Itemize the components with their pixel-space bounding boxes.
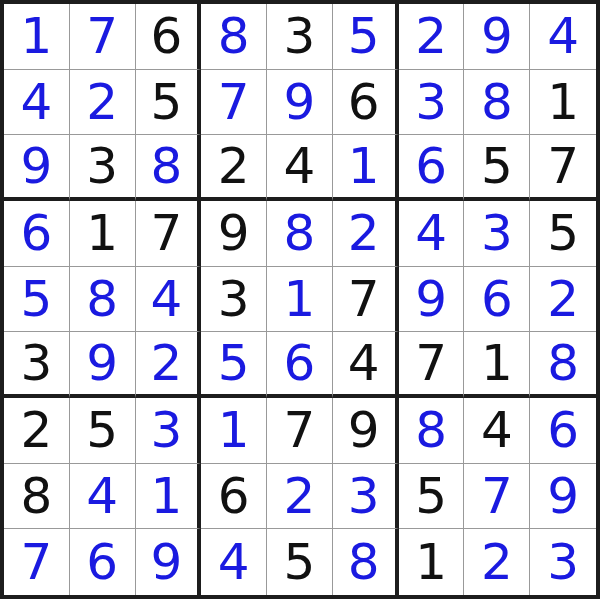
cell-r7c3[interactable]: 3	[136, 398, 202, 464]
cell-r2c4[interactable]: 7	[201, 70, 267, 136]
cell-r5c3[interactable]: 4	[136, 267, 202, 333]
cell-r1c1[interactable]: 1	[4, 4, 70, 70]
cell-r2c8[interactable]: 8	[464, 70, 530, 136]
cell-r1c6[interactable]: 5	[333, 4, 399, 70]
cell-r8c3[interactable]: 1	[136, 464, 202, 530]
cell-r6c8[interactable]: 1	[464, 332, 530, 398]
cell-r4c6[interactable]: 2	[333, 201, 399, 267]
cell-r2c3[interactable]: 5	[136, 70, 202, 136]
cell-r1c5[interactable]: 3	[267, 4, 333, 70]
cell-r4c2[interactable]: 1	[70, 201, 136, 267]
cell-r1c9[interactable]: 4	[530, 4, 596, 70]
cell-r4c4[interactable]: 9	[201, 201, 267, 267]
cell-r3c6[interactable]: 1	[333, 135, 399, 201]
cell-r6c7[interactable]: 7	[399, 332, 465, 398]
cell-r4c3[interactable]: 7	[136, 201, 202, 267]
cell-r6c4[interactable]: 5	[201, 332, 267, 398]
cell-r6c1[interactable]: 3	[4, 332, 70, 398]
cell-r2c2[interactable]: 2	[70, 70, 136, 136]
cell-r8c7[interactable]: 5	[399, 464, 465, 530]
cell-r3c2[interactable]: 3	[70, 135, 136, 201]
cell-r8c6[interactable]: 3	[333, 464, 399, 530]
cell-r7c9[interactable]: 6	[530, 398, 596, 464]
cell-r6c9[interactable]: 8	[530, 332, 596, 398]
cell-r8c2[interactable]: 4	[70, 464, 136, 530]
cell-r2c7[interactable]: 3	[399, 70, 465, 136]
cell-r9c6[interactable]: 8	[333, 529, 399, 595]
cell-r4c8[interactable]: 3	[464, 201, 530, 267]
cell-r7c4[interactable]: 1	[201, 398, 267, 464]
cell-r9c5[interactable]: 5	[267, 529, 333, 595]
cell-r8c5[interactable]: 2	[267, 464, 333, 530]
cell-r6c3[interactable]: 2	[136, 332, 202, 398]
cell-r7c7[interactable]: 8	[399, 398, 465, 464]
cell-r8c8[interactable]: 7	[464, 464, 530, 530]
cell-r4c1[interactable]: 6	[4, 201, 70, 267]
cell-r5c5[interactable]: 1	[267, 267, 333, 333]
cell-r5c4[interactable]: 3	[201, 267, 267, 333]
cell-r1c2[interactable]: 7	[70, 4, 136, 70]
cell-r9c7[interactable]: 1	[399, 529, 465, 595]
sudoku-board: 1768352944257963819382416576179824355843…	[0, 0, 600, 599]
cell-r5c6[interactable]: 7	[333, 267, 399, 333]
cell-r3c7[interactable]: 6	[399, 135, 465, 201]
cell-r4c7[interactable]: 4	[399, 201, 465, 267]
cell-r9c3[interactable]: 9	[136, 529, 202, 595]
cell-r8c1[interactable]: 8	[4, 464, 70, 530]
cell-r2c5[interactable]: 9	[267, 70, 333, 136]
cell-r4c9[interactable]: 5	[530, 201, 596, 267]
cell-r3c8[interactable]: 5	[464, 135, 530, 201]
cell-r6c2[interactable]: 9	[70, 332, 136, 398]
cell-r7c6[interactable]: 9	[333, 398, 399, 464]
cell-r6c6[interactable]: 4	[333, 332, 399, 398]
cell-r9c4[interactable]: 4	[201, 529, 267, 595]
cell-r5c8[interactable]: 6	[464, 267, 530, 333]
cell-r5c1[interactable]: 5	[4, 267, 70, 333]
cell-r2c1[interactable]: 4	[4, 70, 70, 136]
cell-r7c5[interactable]: 7	[267, 398, 333, 464]
cell-r9c8[interactable]: 2	[464, 529, 530, 595]
cell-r9c2[interactable]: 6	[70, 529, 136, 595]
cell-r8c4[interactable]: 6	[201, 464, 267, 530]
cell-r4c5[interactable]: 8	[267, 201, 333, 267]
cell-r2c9[interactable]: 1	[530, 70, 596, 136]
cell-r9c1[interactable]: 7	[4, 529, 70, 595]
cell-r7c2[interactable]: 5	[70, 398, 136, 464]
cell-r3c4[interactable]: 2	[201, 135, 267, 201]
cell-r2c6[interactable]: 6	[333, 70, 399, 136]
cell-r5c2[interactable]: 8	[70, 267, 136, 333]
cell-r5c9[interactable]: 2	[530, 267, 596, 333]
cell-r5c7[interactable]: 9	[399, 267, 465, 333]
cell-r7c1[interactable]: 2	[4, 398, 70, 464]
cell-r8c9[interactable]: 9	[530, 464, 596, 530]
cell-r9c9[interactable]: 3	[530, 529, 596, 595]
cell-r1c3[interactable]: 6	[136, 4, 202, 70]
cell-r6c5[interactable]: 6	[267, 332, 333, 398]
cell-r3c1[interactable]: 9	[4, 135, 70, 201]
cell-r3c5[interactable]: 4	[267, 135, 333, 201]
cell-r3c9[interactable]: 7	[530, 135, 596, 201]
cell-r3c3[interactable]: 8	[136, 135, 202, 201]
cell-r1c7[interactable]: 2	[399, 4, 465, 70]
cell-r7c8[interactable]: 4	[464, 398, 530, 464]
cell-r1c8[interactable]: 9	[464, 4, 530, 70]
cell-r1c4[interactable]: 8	[201, 4, 267, 70]
